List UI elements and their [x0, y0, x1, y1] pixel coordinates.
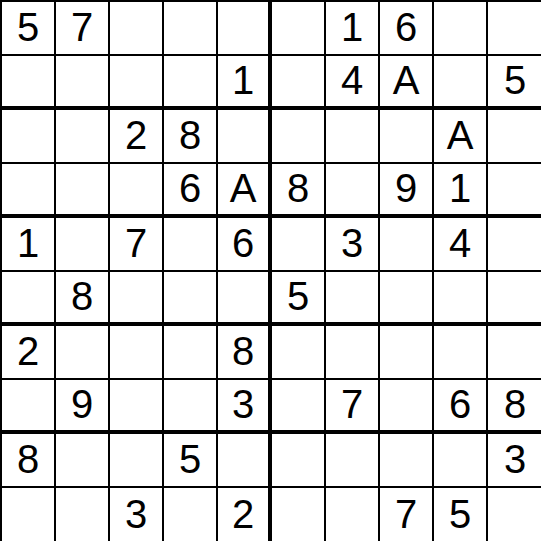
given-digit: 7 — [125, 223, 147, 263]
cell-r4c4[interactable]: 6 — [164, 164, 218, 218]
sudoku-board: 571614A528A6A891176348528937688533275 — [0, 0, 541, 541]
cell-r7c4[interactable] — [164, 326, 218, 380]
cell-r6c5[interactable] — [218, 272, 272, 326]
cell-r1c8[interactable]: 6 — [380, 2, 434, 56]
given-digit: 7 — [395, 494, 417, 534]
cell-r4c5[interactable]: A — [218, 164, 272, 218]
cell-r6c10[interactable] — [488, 272, 541, 326]
cell-r1c7[interactable]: 1 — [326, 2, 380, 56]
cell-r4c10[interactable] — [488, 164, 541, 218]
given-digit: 5 — [449, 494, 471, 534]
cell-r5c4[interactable] — [164, 218, 218, 272]
cell-r7c7[interactable] — [326, 326, 380, 380]
cell-r1c2[interactable]: 7 — [56, 2, 110, 56]
cell-r6c1[interactable] — [2, 272, 56, 326]
cell-r2c9[interactable] — [434, 56, 488, 110]
cell-r8c9[interactable]: 6 — [434, 380, 488, 434]
cell-r7c10[interactable] — [488, 326, 541, 380]
cell-r4c1[interactable] — [2, 164, 56, 218]
cell-r3c7[interactable] — [326, 110, 380, 164]
cell-r10c2[interactable] — [56, 488, 110, 541]
cell-r2c10[interactable]: 5 — [488, 56, 541, 110]
cell-r6c4[interactable] — [164, 272, 218, 326]
cell-r6c6[interactable]: 5 — [272, 272, 326, 326]
given-digit: 6 — [179, 168, 201, 208]
cell-r8c5[interactable]: 3 — [218, 380, 272, 434]
given-digit: 3 — [504, 439, 526, 479]
cell-r4c2[interactable] — [56, 164, 110, 218]
cell-r7c3[interactable] — [110, 326, 164, 380]
given-digit: 9 — [395, 168, 417, 208]
cell-r8c3[interactable] — [110, 380, 164, 434]
cell-r1c9[interactable] — [434, 2, 488, 56]
cell-r10c3[interactable]: 3 — [110, 488, 164, 541]
cell-r5c10[interactable] — [488, 218, 541, 272]
cell-r9c4[interactable]: 5 — [164, 434, 218, 488]
cell-r5c8[interactable] — [380, 218, 434, 272]
cell-r10c1[interactable] — [2, 488, 56, 541]
given-digit: 4 — [449, 223, 471, 263]
cell-r2c4[interactable] — [164, 56, 218, 110]
cell-r3c8[interactable] — [380, 110, 434, 164]
cell-r7c1[interactable]: 2 — [2, 326, 56, 380]
given-digit: 4 — [341, 60, 363, 100]
given-digit: 8 — [179, 115, 201, 155]
given-digit: 8 — [504, 384, 526, 424]
cell-r8c6[interactable] — [272, 380, 326, 434]
given-digit: 3 — [232, 384, 254, 424]
cell-r7c2[interactable] — [56, 326, 110, 380]
cell-r3c6[interactable] — [272, 110, 326, 164]
cell-r8c7[interactable]: 7 — [326, 380, 380, 434]
given-digit: 2 — [232, 494, 254, 534]
cell-r5c2[interactable] — [56, 218, 110, 272]
given-digit: 6 — [449, 384, 471, 424]
cell-r6c7[interactable] — [326, 272, 380, 326]
given-digit: 8 — [232, 331, 254, 371]
cell-r6c3[interactable] — [110, 272, 164, 326]
cell-r7c8[interactable] — [380, 326, 434, 380]
cell-r5c3[interactable]: 7 — [110, 218, 164, 272]
cell-r2c1[interactable] — [2, 56, 56, 110]
cell-r4c6[interactable]: 8 — [272, 164, 326, 218]
cell-r6c2[interactable]: 8 — [56, 272, 110, 326]
given-digit: 6 — [395, 7, 417, 47]
cell-r4c8[interactable]: 9 — [380, 164, 434, 218]
cell-r8c10[interactable]: 8 — [488, 380, 541, 434]
cell-r10c10[interactable] — [488, 488, 541, 541]
cell-r1c6[interactable] — [272, 2, 326, 56]
cell-r3c10[interactable] — [488, 110, 541, 164]
cell-r9c10[interactable]: 3 — [488, 434, 541, 488]
given-digit: 6 — [232, 223, 254, 263]
cell-r9c8[interactable] — [380, 434, 434, 488]
cell-r4c3[interactable] — [110, 164, 164, 218]
given-digit: 1 — [341, 7, 363, 47]
given-digit: 8 — [71, 276, 93, 316]
cell-r6c8[interactable] — [380, 272, 434, 326]
cell-r7c9[interactable] — [434, 326, 488, 380]
given-digit: 5 — [17, 7, 39, 47]
given-digit: 5 — [504, 60, 526, 100]
cell-r10c9[interactable]: 5 — [434, 488, 488, 541]
cell-r10c4[interactable] — [164, 488, 218, 541]
cell-r3c3[interactable]: 2 — [110, 110, 164, 164]
cell-r4c9[interactable]: 1 — [434, 164, 488, 218]
cell-r3c5[interactable] — [218, 110, 272, 164]
cell-r1c10[interactable] — [488, 2, 541, 56]
cell-r9c6[interactable] — [272, 434, 326, 488]
cell-r8c1[interactable] — [2, 380, 56, 434]
cell-r9c5[interactable] — [218, 434, 272, 488]
given-digit: 1 — [449, 168, 471, 208]
cell-r10c5[interactable]: 2 — [218, 488, 272, 541]
cell-r3c4[interactable]: 8 — [164, 110, 218, 164]
cell-r2c8[interactable]: A — [380, 56, 434, 110]
cell-r1c5[interactable] — [218, 2, 272, 56]
cell-r5c6[interactable] — [272, 218, 326, 272]
given-digit: 3 — [341, 223, 363, 263]
given-digit: 1 — [232, 60, 254, 100]
given-digit: A — [393, 60, 420, 100]
cell-r8c8[interactable] — [380, 380, 434, 434]
cell-r3c9[interactable]: A — [434, 110, 488, 164]
cell-r1c3[interactable] — [110, 2, 164, 56]
cell-r7c6[interactable] — [272, 326, 326, 380]
given-digit: 5 — [179, 439, 201, 479]
given-digit: 1 — [17, 223, 39, 263]
cell-r2c3[interactable] — [110, 56, 164, 110]
cell-r8c2[interactable]: 9 — [56, 380, 110, 434]
cell-r1c4[interactable] — [164, 2, 218, 56]
cell-r5c5[interactable]: 6 — [218, 218, 272, 272]
cell-r1c1[interactable]: 5 — [2, 2, 56, 56]
given-digit: 9 — [71, 384, 93, 424]
cell-r10c8[interactable]: 7 — [380, 488, 434, 541]
cell-r9c9[interactable] — [434, 434, 488, 488]
given-digit: 7 — [71, 7, 93, 47]
cell-r2c5[interactable]: 1 — [218, 56, 272, 110]
given-digit: 8 — [287, 168, 309, 208]
given-digit: 8 — [17, 439, 39, 479]
cell-r10c6[interactable] — [272, 488, 326, 541]
cell-r3c2[interactable] — [56, 110, 110, 164]
cell-r8c4[interactable] — [164, 380, 218, 434]
cell-r3c1[interactable] — [2, 110, 56, 164]
given-digit: 7 — [341, 384, 363, 424]
given-digit: A — [230, 168, 257, 208]
cell-r2c2[interactable] — [56, 56, 110, 110]
given-digit: 2 — [125, 115, 147, 155]
given-digit: 5 — [287, 276, 309, 316]
cell-r7c5[interactable]: 8 — [218, 326, 272, 380]
cell-r10c7[interactable] — [326, 488, 380, 541]
cell-r2c6[interactable] — [272, 56, 326, 110]
sudoku-puzzle-page: 571614A528A6A891176348528937688533275 — [0, 0, 541, 541]
cell-r9c7[interactable] — [326, 434, 380, 488]
cell-r9c1[interactable]: 8 — [2, 434, 56, 488]
given-digit: A — [447, 115, 474, 155]
cell-r9c3[interactable] — [110, 434, 164, 488]
cell-r9c2[interactable] — [56, 434, 110, 488]
cell-r5c1[interactable]: 1 — [2, 218, 56, 272]
cell-r6c9[interactable] — [434, 272, 488, 326]
cell-r5c9[interactable]: 4 — [434, 218, 488, 272]
cell-r5c7[interactable]: 3 — [326, 218, 380, 272]
cell-r2c7[interactable]: 4 — [326, 56, 380, 110]
given-digit: 3 — [125, 494, 147, 534]
cell-r4c7[interactable] — [326, 164, 380, 218]
given-digit: 2 — [17, 331, 39, 371]
